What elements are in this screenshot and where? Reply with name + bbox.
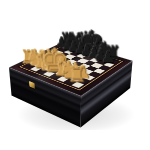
square-h7[interactable]: ♟: [103, 62, 115, 67]
brass-latch: [29, 81, 35, 89]
piece-black-pawn[interactable]: ♟: [101, 49, 115, 65]
piece-white-rook[interactable]: ♜: [67, 64, 86, 85]
square-h1[interactable]: ♜: [71, 81, 84, 88]
chess-set-product-photo: ♜♞♝♛♚♝♞♜♟♟♟♟♟♟♟♟♟♟♟♟♟♟♟♟♜♞♝♛♚♝♞♜: [0, 0, 150, 150]
chess-case: ♜♞♝♛♚♝♞♜♟♟♟♟♟♟♟♟♟♟♟♟♟♟♟♟♜♞♝♛♚♝♞♜: [9, 41, 133, 97]
